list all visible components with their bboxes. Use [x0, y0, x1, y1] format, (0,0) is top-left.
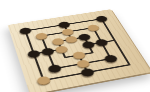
natural-piece-b6: ●: [34, 31, 49, 40]
point-g1: [120, 59, 139, 70]
playing-area: ●●●●●●●●●●●●●●●●●●●●: [18, 15, 140, 87]
point-b2: ●: [46, 63, 64, 74]
points-grid: ●●●●●●●●●●●●●●●●●●●●: [18, 15, 140, 87]
point-a1: ●: [34, 74, 52, 86]
product-photo-scene: ●●●●●●●●●●●●●●●●●●●●: [0, 0, 150, 92]
morris-board: ●●●●●●●●●●●●●●●●●●●●: [8, 9, 150, 92]
point-d1: ●: [78, 67, 97, 79]
point-f2: ●: [102, 53, 120, 64]
black-piece-d1: ●: [78, 66, 96, 77]
natural-piece-a1: ●: [35, 74, 52, 86]
black-piece-a7: ●: [18, 26, 33, 35]
natural-piece-c4: ●: [53, 44, 69, 54]
black-piece-b2: ●: [46, 62, 63, 73]
point-b6: ●: [33, 31, 49, 41]
point-a7: ●: [18, 26, 34, 35]
point-c4: ●: [53, 44, 70, 54]
black-piece-f2: ●: [102, 53, 120, 64]
